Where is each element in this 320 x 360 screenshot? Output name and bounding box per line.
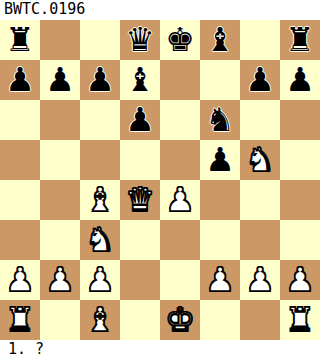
piece-white-knight: ♞ [80, 220, 120, 260]
square-e8[interactable]: ♚ [160, 20, 200, 60]
chess-board: ♜♛♚♝♜♟♟♟♝♟♟♟♞♟♞♝♛♟♞♟♟♟♟♟♟♜♝♚♜ [0, 20, 320, 340]
square-g2[interactable]: ♟ [240, 260, 280, 300]
square-d4[interactable]: ♛ [120, 180, 160, 220]
square-b8[interactable] [40, 20, 80, 60]
piece-black-pawn: ♟ [0, 60, 40, 100]
square-h4[interactable] [280, 180, 320, 220]
piece-black-knight: ♞ [200, 100, 240, 140]
square-c4[interactable]: ♝ [80, 180, 120, 220]
square-g5[interactable]: ♞ [240, 140, 280, 180]
piece-black-pawn: ♟ [40, 60, 80, 100]
piece-white-rook: ♜ [0, 300, 40, 340]
piece-white-bishop: ♝ [80, 300, 120, 340]
square-g4[interactable] [240, 180, 280, 220]
piece-white-pawn: ♟ [280, 260, 320, 300]
piece-black-bishop: ♝ [200, 20, 240, 60]
square-g6[interactable] [240, 100, 280, 140]
square-h1[interactable]: ♜ [280, 300, 320, 340]
piece-white-pawn: ♟ [200, 260, 240, 300]
square-g1[interactable] [240, 300, 280, 340]
piece-black-pawn: ♟ [280, 60, 320, 100]
square-h2[interactable]: ♟ [280, 260, 320, 300]
piece-black-pawn: ♟ [200, 140, 240, 180]
square-d6[interactable]: ♟ [120, 100, 160, 140]
square-a2[interactable]: ♟ [0, 260, 40, 300]
piece-black-queen: ♛ [120, 20, 160, 60]
square-e1[interactable]: ♚ [160, 300, 200, 340]
piece-white-bishop: ♝ [80, 180, 120, 220]
piece-white-pawn: ♟ [160, 180, 200, 220]
square-d2[interactable] [120, 260, 160, 300]
square-c7[interactable]: ♟ [80, 60, 120, 100]
piece-white-pawn: ♟ [240, 260, 280, 300]
square-c6[interactable] [80, 100, 120, 140]
piece-black-bishop: ♝ [120, 60, 160, 100]
piece-white-pawn: ♟ [40, 260, 80, 300]
piece-white-queen: ♛ [120, 180, 160, 220]
square-g8[interactable] [240, 20, 280, 60]
square-h5[interactable] [280, 140, 320, 180]
piece-black-rook: ♜ [280, 20, 320, 60]
square-a3[interactable] [0, 220, 40, 260]
piece-black-pawn: ♟ [120, 100, 160, 140]
square-b2[interactable]: ♟ [40, 260, 80, 300]
piece-white-pawn: ♟ [80, 260, 120, 300]
square-a6[interactable] [0, 100, 40, 140]
square-f1[interactable] [200, 300, 240, 340]
square-d8[interactable]: ♛ [120, 20, 160, 60]
square-e4[interactable]: ♟ [160, 180, 200, 220]
square-a8[interactable]: ♜ [0, 20, 40, 60]
square-c8[interactable] [80, 20, 120, 60]
square-h6[interactable] [280, 100, 320, 140]
square-e7[interactable] [160, 60, 200, 100]
square-f6[interactable]: ♞ [200, 100, 240, 140]
piece-white-pawn: ♟ [0, 260, 40, 300]
square-d3[interactable] [120, 220, 160, 260]
square-e6[interactable] [160, 100, 200, 140]
square-b5[interactable] [40, 140, 80, 180]
square-b3[interactable] [40, 220, 80, 260]
square-f4[interactable] [200, 180, 240, 220]
square-g3[interactable] [240, 220, 280, 260]
square-d5[interactable] [120, 140, 160, 180]
square-c2[interactable]: ♟ [80, 260, 120, 300]
square-b1[interactable] [40, 300, 80, 340]
piece-white-king: ♚ [160, 300, 200, 340]
square-f7[interactable] [200, 60, 240, 100]
square-d1[interactable] [120, 300, 160, 340]
move-prompt: 1. ? [0, 340, 320, 360]
square-e2[interactable] [160, 260, 200, 300]
puzzle-id: BWTC.0196 [0, 0, 320, 20]
square-b7[interactable]: ♟ [40, 60, 80, 100]
square-d7[interactable]: ♝ [120, 60, 160, 100]
piece-white-rook: ♜ [280, 300, 320, 340]
piece-black-pawn: ♟ [80, 60, 120, 100]
square-a4[interactable] [0, 180, 40, 220]
square-b4[interactable] [40, 180, 80, 220]
piece-black-rook: ♜ [0, 20, 40, 60]
piece-black-king: ♚ [160, 20, 200, 60]
square-h3[interactable] [280, 220, 320, 260]
square-c1[interactable]: ♝ [80, 300, 120, 340]
square-a5[interactable] [0, 140, 40, 180]
square-h7[interactable]: ♟ [280, 60, 320, 100]
square-e5[interactable] [160, 140, 200, 180]
square-a7[interactable]: ♟ [0, 60, 40, 100]
square-a1[interactable]: ♜ [0, 300, 40, 340]
piece-black-pawn: ♟ [240, 60, 280, 100]
piece-white-knight: ♞ [240, 140, 280, 180]
square-h8[interactable]: ♜ [280, 20, 320, 60]
square-e3[interactable] [160, 220, 200, 260]
square-g7[interactable]: ♟ [240, 60, 280, 100]
square-c5[interactable] [80, 140, 120, 180]
square-f8[interactable]: ♝ [200, 20, 240, 60]
square-c3[interactable]: ♞ [80, 220, 120, 260]
square-b6[interactable] [40, 100, 80, 140]
square-f5[interactable]: ♟ [200, 140, 240, 180]
square-f2[interactable]: ♟ [200, 260, 240, 300]
square-f3[interactable] [200, 220, 240, 260]
